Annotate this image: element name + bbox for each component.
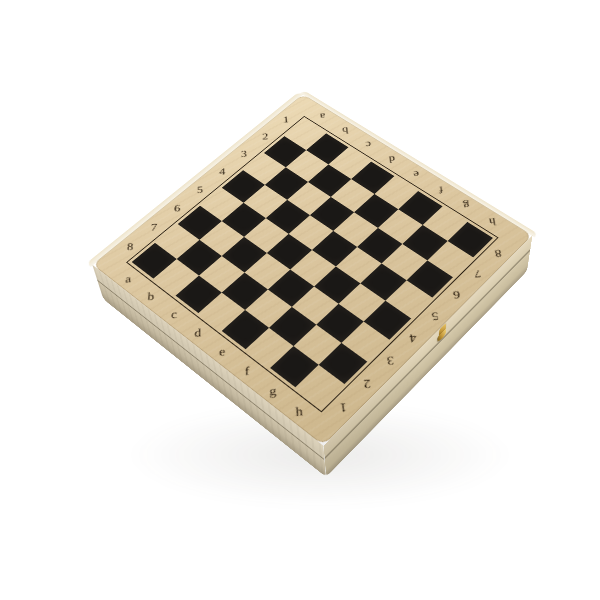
chess-box: 12345678 abcdefgh abcdefgh 87654321 — [92, 94, 532, 446]
square-e5 — [290, 250, 336, 286]
square-c7 — [199, 256, 245, 293]
square-h8 — [295, 365, 344, 407]
square-h6 — [341, 322, 389, 362]
coord-label-8: 8 — [117, 233, 142, 260]
square-h3 — [407, 260, 453, 297]
square-d7 — [222, 273, 268, 310]
square-f7 — [269, 307, 316, 346]
square-f6 — [292, 286, 339, 324]
square-g3 — [382, 244, 428, 280]
coord-label-1: 1 — [275, 108, 298, 131]
board-frame-line — [126, 116, 499, 412]
coord-label-5: 5 — [188, 177, 211, 202]
chess-board-top: 12345678 abcdefgh abcdefgh 87654321 — [92, 94, 532, 446]
square-g8 — [270, 346, 319, 387]
square-g6 — [316, 304, 363, 343]
square-c8 — [176, 276, 222, 313]
square-g5 — [339, 283, 386, 321]
square-h7 — [319, 343, 368, 384]
chess-box-scene: 12345678 abcdefgh abcdefgh 87654321 — [0, 0, 600, 600]
square-h4 — [385, 280, 432, 318]
square-f4 — [336, 247, 382, 283]
square-f8 — [246, 328, 294, 368]
square-d8 — [198, 293, 245, 331]
square-b8 — [153, 259, 199, 296]
square-g4 — [360, 263, 406, 300]
coord-label-4: 4 — [211, 159, 234, 184]
coord-label-2: 2 — [254, 125, 277, 149]
square-h5 — [364, 301, 411, 340]
square-e6 — [268, 270, 314, 307]
square-e8 — [222, 310, 269, 349]
coord-label-3: 3 — [233, 142, 256, 166]
rank-labels-bottom-right-edge: 87654321 — [321, 238, 518, 428]
file-labels-bottom-left-edge: abcdefgh — [108, 262, 321, 430]
coord-label-6: 6 — [165, 195, 189, 221]
square-h2 — [427, 241, 473, 277]
coord-label-7: 7 — [142, 214, 166, 241]
square-f5 — [314, 266, 360, 303]
square-g7 — [294, 325, 342, 365]
product-photo: 12345678 abcdefgh abcdefgh 87654321 — [0, 0, 600, 600]
square-e7 — [245, 290, 292, 328]
coord-label-h: h — [475, 212, 511, 233]
square-d6 — [245, 253, 291, 290]
